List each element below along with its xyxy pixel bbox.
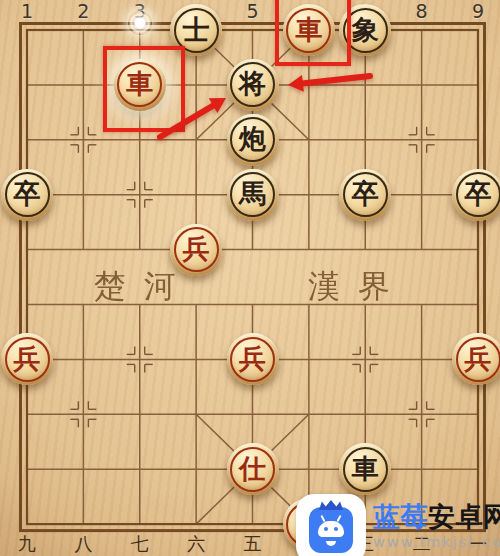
piece-face: 仕 [230,447,275,492]
piece-red-soldier[interactable]: 兵 [452,333,500,385]
piece-face: 卒 [5,172,50,217]
watermark-text: 蓝莓安卓网 www.lmkjst.com [373,494,500,550]
piece-red-soldier[interactable]: 兵 [170,224,222,276]
piece-face: 兵 [5,337,50,382]
piece-face: 車 [343,447,388,492]
piece-black-cannon[interactable]: 炮 [227,114,279,166]
piece-glyph: 炮 [239,125,266,152]
move-origin-glow [128,11,152,35]
site-name-dark: 安卓网 [428,501,500,532]
piece-face: 卒 [456,172,500,217]
piece-face: 兵 [230,337,275,382]
piece-glyph: 兵 [183,235,210,262]
android-head-icon [318,521,344,537]
android-mascot-icon [309,507,353,553]
antenna-icon [336,515,341,522]
piece-black-soldier[interactable]: 卒 [1,169,53,221]
piece-face: 兵 [174,227,219,272]
piece-black-chariot[interactable]: 車 [339,443,391,495]
piece-black-soldier[interactable]: 卒 [452,169,500,221]
piece-face: 卒 [343,172,388,217]
piece-glyph: 仕 [239,455,266,482]
piece-face: 将 [230,62,275,107]
piece-black-horse[interactable]: 馬 [227,169,279,221]
piece-face: 馬 [230,172,275,217]
piece-face: 兵 [456,337,500,382]
watermark-pill [296,494,366,556]
android-body-icon [326,541,336,546]
watermark-site-name: 蓝莓安卓网 [373,502,500,532]
piece-red-soldier[interactable]: 兵 [1,333,53,385]
watermark-url: www.lmkjst.com [373,534,500,550]
piece-black-general[interactable]: 将 [227,59,279,111]
piece-red-advisor[interactable]: 仕 [227,443,279,495]
piece-glyph: 卒 [352,180,379,207]
highlight-square-1 [103,46,185,132]
piece-glyph: 将 [239,70,266,97]
piece-glyph: 兵 [239,345,266,372]
xiangqi-screenshot: 123456789 九八七六五四三二一 楚河 漢界 士車象車将炮卒馬卒卒兵兵兵兵… [0,0,500,556]
piece-black-soldier[interactable]: 卒 [339,169,391,221]
piece-glyph: 士 [183,16,210,43]
piece-glyph: 卒 [465,180,492,207]
site-name-blue: 蓝莓 [373,501,428,532]
piece-face: 炮 [230,117,275,162]
piece-glyph: 兵 [465,345,492,372]
piece-glyph: 馬 [239,180,266,207]
piece-glyph: 兵 [14,345,41,372]
xiangqi-board[interactable]: 士車象車将炮卒馬卒卒兵兵兵兵仕車帥 [0,3,500,552]
crown-icon [319,500,343,510]
piece-glyph: 象 [352,16,379,43]
watermark: 蓝莓安卓网 www.lmkjst.com [296,494,500,556]
piece-red-soldier[interactable]: 兵 [227,333,279,385]
piece-glyph: 卒 [14,180,41,207]
highlight-square-2 [275,0,351,66]
piece-glyph: 車 [352,455,379,482]
